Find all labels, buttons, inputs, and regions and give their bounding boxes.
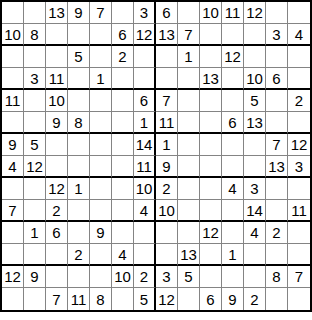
- cell-r7c6[interactable]: [112, 134, 134, 156]
- cell-r11c6[interactable]: [112, 222, 134, 244]
- cell-r7c14[interactable]: 12: [288, 134, 310, 156]
- cell-r5c6[interactable]: [112, 90, 134, 112]
- cell-r1c10[interactable]: 10: [200, 2, 222, 24]
- cell-r8c11[interactable]: [222, 156, 244, 178]
- cell-r7c8[interactable]: 1: [156, 134, 178, 156]
- cell-r11c4[interactable]: [68, 222, 90, 244]
- cell-r5c13[interactable]: [266, 90, 288, 112]
- cell-r3c8[interactable]: [156, 46, 178, 68]
- cell-r1c5[interactable]: 7: [90, 2, 112, 24]
- cell-r3c12[interactable]: [244, 46, 266, 68]
- cell-r13c10[interactable]: [200, 266, 222, 288]
- cell-r9c4[interactable]: 1: [68, 178, 90, 200]
- cell-r7c7[interactable]: 14: [134, 134, 156, 156]
- cell-r14c1[interactable]: [2, 288, 24, 310]
- cell-r5c11[interactable]: [222, 90, 244, 112]
- cell-r6c10[interactable]: [200, 112, 222, 134]
- cell-r12c10[interactable]: [200, 244, 222, 266]
- cell-r9c9[interactable]: [178, 178, 200, 200]
- cell-r12c9[interactable]: 13: [178, 244, 200, 266]
- cell-r14c8[interactable]: 12: [156, 288, 178, 310]
- cell-r10c1[interactable]: 7: [2, 200, 24, 222]
- cell-r13c9[interactable]: 5: [178, 266, 200, 288]
- cell-r12c12[interactable]: [244, 244, 266, 266]
- cell-r7c4[interactable]: [68, 134, 90, 156]
- cell-r10c5[interactable]: [90, 200, 112, 222]
- cell-r9c13[interactable]: [266, 178, 288, 200]
- cell-r5c7[interactable]: 6: [134, 90, 156, 112]
- cell-r4c4[interactable]: [68, 68, 90, 90]
- cell-r4c2[interactable]: 3: [24, 68, 46, 90]
- cell-r9c2[interactable]: [24, 178, 46, 200]
- cell-r8c13[interactable]: 13: [266, 156, 288, 178]
- cell-r11c5[interactable]: 9: [90, 222, 112, 244]
- cell-r4c12[interactable]: 10: [244, 68, 266, 90]
- cell-r3c1[interactable]: [2, 46, 24, 68]
- cell-r14c11[interactable]: 9: [222, 288, 244, 310]
- cell-r9c8[interactable]: 2: [156, 178, 178, 200]
- cell-r11c14[interactable]: [288, 222, 310, 244]
- cell-r3c13[interactable]: [266, 46, 288, 68]
- cell-r2c3[interactable]: [46, 24, 68, 46]
- cell-r14c2[interactable]: [24, 288, 46, 310]
- cell-r12c14[interactable]: [288, 244, 310, 266]
- cell-r14c7[interactable]: 5: [134, 288, 156, 310]
- cell-r13c11[interactable]: [222, 266, 244, 288]
- cell-r1c9[interactable]: [178, 2, 200, 24]
- cell-r6c8[interactable]: 11: [156, 112, 178, 134]
- cell-r14c12[interactable]: 2: [244, 288, 266, 310]
- cell-r7c12[interactable]: [244, 134, 266, 156]
- cell-r8c12[interactable]: [244, 156, 266, 178]
- cell-r3c3[interactable]: [46, 46, 68, 68]
- cell-r6c13[interactable]: [266, 112, 288, 134]
- cell-r8c7[interactable]: 11: [134, 156, 156, 178]
- cell-r12c2[interactable]: [24, 244, 46, 266]
- cell-r10c13[interactable]: [266, 200, 288, 222]
- cell-r13c14[interactable]: 7: [288, 266, 310, 288]
- cell-r12c5[interactable]: [90, 244, 112, 266]
- cell-r1c11[interactable]: 11: [222, 2, 244, 24]
- cell-r9c7[interactable]: 10: [134, 178, 156, 200]
- cell-r1c8[interactable]: 6: [156, 2, 178, 24]
- cell-r2c8[interactable]: 13: [156, 24, 178, 46]
- cell-r9c14[interactable]: [288, 178, 310, 200]
- cell-r7c10[interactable]: [200, 134, 222, 156]
- cell-r12c11[interactable]: 1: [222, 244, 244, 266]
- cell-r6c1[interactable]: [2, 112, 24, 134]
- cell-r4c5[interactable]: 1: [90, 68, 112, 90]
- cell-r7c5[interactable]: [90, 134, 112, 156]
- cell-r10c14[interactable]: 11: [288, 200, 310, 222]
- cell-r10c2[interactable]: [24, 200, 46, 222]
- cell-r2c11[interactable]: [222, 24, 244, 46]
- cell-r5c9[interactable]: [178, 90, 200, 112]
- cell-r12c13[interactable]: [266, 244, 288, 266]
- cell-r9c3[interactable]: 12: [46, 178, 68, 200]
- cell-r11c11[interactable]: [222, 222, 244, 244]
- cell-r11c12[interactable]: 4: [244, 222, 266, 244]
- cell-r14c5[interactable]: 8: [90, 288, 112, 310]
- cell-r14c4[interactable]: 11: [68, 288, 90, 310]
- cell-r11c2[interactable]: 1: [24, 222, 46, 244]
- cell-r9c1[interactable]: [2, 178, 24, 200]
- cell-r7c9[interactable]: [178, 134, 200, 156]
- cell-r1c14[interactable]: [288, 2, 310, 24]
- cell-r2c5[interactable]: [90, 24, 112, 46]
- cell-r11c13[interactable]: 2: [266, 222, 288, 244]
- cell-r10c4[interactable]: [68, 200, 90, 222]
- cell-r14c6[interactable]: [112, 288, 134, 310]
- cell-r13c6[interactable]: 10: [112, 266, 134, 288]
- cell-r11c1[interactable]: [2, 222, 24, 244]
- cell-r11c9[interactable]: [178, 222, 200, 244]
- cell-r8c1[interactable]: 4: [2, 156, 24, 178]
- cell-r1c2[interactable]: [24, 2, 46, 24]
- cell-r1c4[interactable]: 9: [68, 2, 90, 24]
- cell-r10c7[interactable]: 4: [134, 200, 156, 222]
- cell-r6c3[interactable]: 9: [46, 112, 68, 134]
- cell-r7c2[interactable]: 5: [24, 134, 46, 156]
- cell-r4c6[interactable]: [112, 68, 134, 90]
- sudoku-board: 1397361011121086121373452112311113106111…: [0, 0, 312, 312]
- cell-r7c11[interactable]: [222, 134, 244, 156]
- cell-r12c4[interactable]: 2: [68, 244, 90, 266]
- cell-r5c12[interactable]: 5: [244, 90, 266, 112]
- cell-r9c6[interactable]: [112, 178, 134, 200]
- cell-r2c13[interactable]: 3: [266, 24, 288, 46]
- cell-r14c3[interactable]: 7: [46, 288, 68, 310]
- cell-r8c2[interactable]: 12: [24, 156, 46, 178]
- cell-r2c6[interactable]: 6: [112, 24, 134, 46]
- cell-r1c6[interactable]: [112, 2, 134, 24]
- cell-r1c13[interactable]: [266, 2, 288, 24]
- cell-r4c10[interactable]: 13: [200, 68, 222, 90]
- cell-r12c7[interactable]: [134, 244, 156, 266]
- cell-r7c13[interactable]: 7: [266, 134, 288, 156]
- cell-r11c8[interactable]: [156, 222, 178, 244]
- cell-r10c3[interactable]: 2: [46, 200, 68, 222]
- cell-r2c12[interactable]: [244, 24, 266, 46]
- cell-r9c11[interactable]: 4: [222, 178, 244, 200]
- cell-r10c9[interactable]: [178, 200, 200, 222]
- cell-r6c11[interactable]: 6: [222, 112, 244, 134]
- cell-r13c2[interactable]: 9: [24, 266, 46, 288]
- cell-r9c12[interactable]: 3: [244, 178, 266, 200]
- cell-r8c9[interactable]: [178, 156, 200, 178]
- cell-r6c7[interactable]: 1: [134, 112, 156, 134]
- cell-r5c2[interactable]: [24, 90, 46, 112]
- cell-r2c10[interactable]: [200, 24, 222, 46]
- cell-r3c9[interactable]: 1: [178, 46, 200, 68]
- cell-r4c8[interactable]: [156, 68, 178, 90]
- cell-r1c12[interactable]: 12: [244, 2, 266, 24]
- cell-r2c14[interactable]: 4: [288, 24, 310, 46]
- cell-r10c8[interactable]: 10: [156, 200, 178, 222]
- cell-r4c9[interactable]: [178, 68, 200, 90]
- cell-r4c13[interactable]: 6: [266, 68, 288, 90]
- cell-r8c5[interactable]: [90, 156, 112, 178]
- cell-r10c10[interactable]: [200, 200, 222, 222]
- cell-r5c8[interactable]: 7: [156, 90, 178, 112]
- cell-r5c1[interactable]: 11: [2, 90, 24, 112]
- cell-r12c8[interactable]: [156, 244, 178, 266]
- cell-r3c4[interactable]: 5: [68, 46, 90, 68]
- cell-r3c14[interactable]: [288, 46, 310, 68]
- cell-r4c7[interactable]: [134, 68, 156, 90]
- cell-r6c14[interactable]: [288, 112, 310, 134]
- cell-r6c6[interactable]: [112, 112, 134, 134]
- cell-r8c3[interactable]: [46, 156, 68, 178]
- cell-r3c5[interactable]: [90, 46, 112, 68]
- cell-r10c6[interactable]: [112, 200, 134, 222]
- cell-r14c14[interactable]: [288, 288, 310, 310]
- cell-r2c9[interactable]: 7: [178, 24, 200, 46]
- cell-r5c10[interactable]: [200, 90, 222, 112]
- cell-r11c3[interactable]: 6: [46, 222, 68, 244]
- cell-r2c7[interactable]: 12: [134, 24, 156, 46]
- cell-r3c7[interactable]: [134, 46, 156, 68]
- cell-r7c3[interactable]: [46, 134, 68, 156]
- cell-r11c7[interactable]: [134, 222, 156, 244]
- cell-r1c1[interactable]: [2, 2, 24, 24]
- cell-r10c11[interactable]: [222, 200, 244, 222]
- cell-r5c3[interactable]: 10: [46, 90, 68, 112]
- cell-r6c9[interactable]: [178, 112, 200, 134]
- cell-r12c6[interactable]: 4: [112, 244, 134, 266]
- cell-r13c5[interactable]: [90, 266, 112, 288]
- cell-r8c10[interactable]: [200, 156, 222, 178]
- cell-r13c1[interactable]: 12: [2, 266, 24, 288]
- cell-r13c8[interactable]: 3: [156, 266, 178, 288]
- cell-r5c14[interactable]: 2: [288, 90, 310, 112]
- cell-r14c10[interactable]: 6: [200, 288, 222, 310]
- cell-r3c11[interactable]: 12: [222, 46, 244, 68]
- cell-r9c5[interactable]: [90, 178, 112, 200]
- cell-r8c6[interactable]: [112, 156, 134, 178]
- cell-r1c7[interactable]: 3: [134, 2, 156, 24]
- cell-r8c8[interactable]: 9: [156, 156, 178, 178]
- cell-r1c3[interactable]: 13: [46, 2, 68, 24]
- cell-r5c5[interactable]: [90, 90, 112, 112]
- cell-r2c4[interactable]: [68, 24, 90, 46]
- cell-r6c5[interactable]: [90, 112, 112, 134]
- cell-r13c3[interactable]: [46, 266, 68, 288]
- cell-r6c2[interactable]: [24, 112, 46, 134]
- cell-r8c14[interactable]: 3: [288, 156, 310, 178]
- cell-r6c12[interactable]: 13: [244, 112, 266, 134]
- cell-r6c4[interactable]: 8: [68, 112, 90, 134]
- cell-r7c1[interactable]: 9: [2, 134, 24, 156]
- cell-r11c10[interactable]: 12: [200, 222, 222, 244]
- cell-r3c2[interactable]: [24, 46, 46, 68]
- cell-r14c9[interactable]: [178, 288, 200, 310]
- cell-r4c1[interactable]: [2, 68, 24, 90]
- cell-r4c3[interactable]: 11: [46, 68, 68, 90]
- cell-r4c11[interactable]: [222, 68, 244, 90]
- cell-r3c10[interactable]: [200, 46, 222, 68]
- cell-r13c4[interactable]: [68, 266, 90, 288]
- cell-r14c13[interactable]: [266, 288, 288, 310]
- cell-r4c14[interactable]: [288, 68, 310, 90]
- cell-r13c12[interactable]: [244, 266, 266, 288]
- cell-r12c1[interactable]: [2, 244, 24, 266]
- cell-r12c3[interactable]: [46, 244, 68, 266]
- cell-r3c6[interactable]: 2: [112, 46, 134, 68]
- cell-r13c13[interactable]: 8: [266, 266, 288, 288]
- cell-r10c12[interactable]: 14: [244, 200, 266, 222]
- cell-r5c4[interactable]: [68, 90, 90, 112]
- cell-r13c7[interactable]: 2: [134, 266, 156, 288]
- cell-r8c4[interactable]: [68, 156, 90, 178]
- cell-r2c2[interactable]: 8: [24, 24, 46, 46]
- cell-r2c1[interactable]: 10: [2, 24, 24, 46]
- cell-r9c10[interactable]: [200, 178, 222, 200]
